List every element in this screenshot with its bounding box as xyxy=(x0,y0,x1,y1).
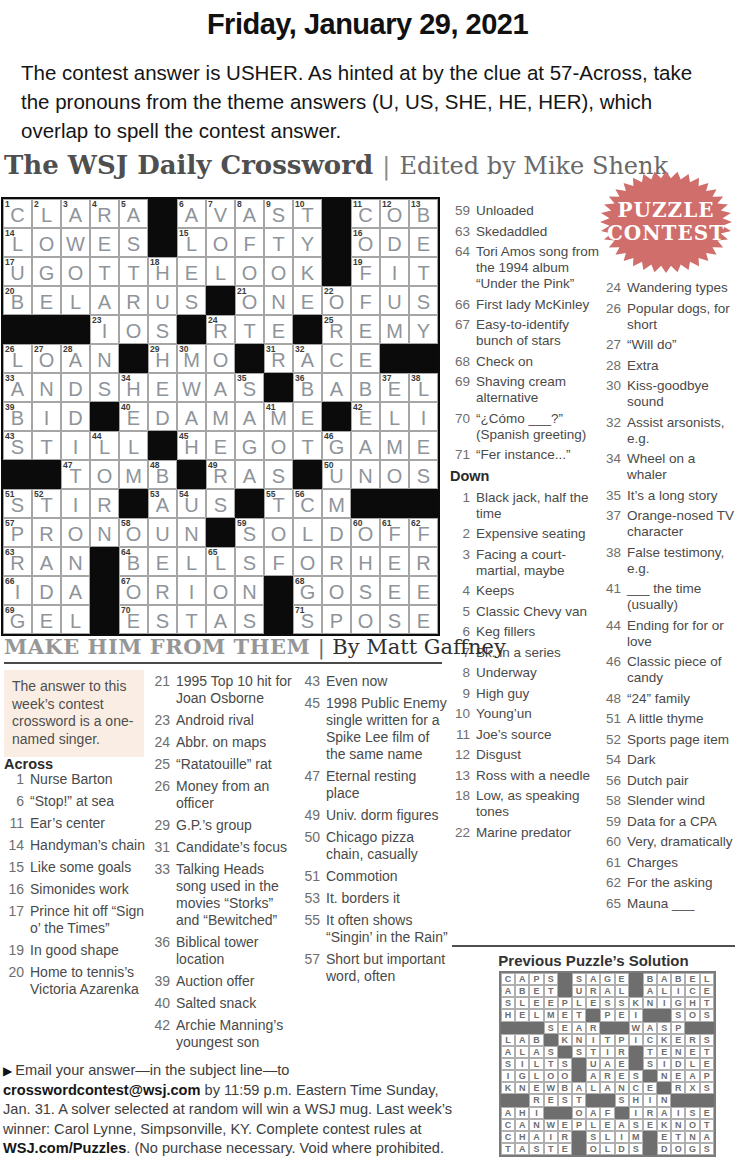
contest-email-note: ▶Email your answer—in the subject line—t… xyxy=(3,1061,455,1160)
clue-text: Unloaded xyxy=(476,203,534,219)
solution-cell: E xyxy=(685,973,699,985)
clue-item: 55It often shows “Singin’ in the Rain” xyxy=(300,912,450,946)
clue-item: 1Nurse Barton xyxy=(4,771,146,788)
solution-cell: S xyxy=(544,1046,558,1058)
grid-cell: 9S xyxy=(264,199,293,228)
cell-letter: E xyxy=(381,581,408,604)
contest-email-address[interactable]: crosswordcontest@wsj.com xyxy=(3,1082,201,1098)
cell-letter: B xyxy=(4,407,31,430)
cell-letter: S xyxy=(120,233,147,256)
grid-cell: U xyxy=(148,518,177,547)
solution-cell: E xyxy=(529,985,543,997)
cell-letter: B xyxy=(120,552,147,575)
solution-cell: H xyxy=(515,1131,529,1143)
cell-letter: E xyxy=(410,436,437,459)
clue-number: 2 xyxy=(450,526,470,542)
solution-cell: E xyxy=(586,997,600,1009)
grid-cell: I xyxy=(61,431,90,460)
cell-letter: B xyxy=(149,465,176,488)
grid-cell: T xyxy=(32,431,61,460)
clue-number: 26 xyxy=(150,778,170,812)
clue-number: 64 xyxy=(450,244,470,292)
clue-item: 57Short but important word, often xyxy=(300,951,450,985)
clue-number: 55 xyxy=(300,912,320,946)
black-cell xyxy=(148,431,177,460)
cell-letter: L xyxy=(91,436,118,459)
clue-number: 20 xyxy=(4,964,24,998)
clue-number: 25 xyxy=(150,756,170,773)
black-cell xyxy=(206,518,235,547)
cell-letter: S xyxy=(149,610,176,633)
grid-cell: W xyxy=(61,228,90,257)
solution-cell: I xyxy=(600,1046,614,1058)
cell-letter: Y xyxy=(410,320,437,343)
cell-letter: W xyxy=(178,378,205,401)
cell-letter: T xyxy=(265,233,292,256)
solution-cell: E xyxy=(615,973,629,985)
grid-cell: G xyxy=(235,431,264,460)
cell-letter: E xyxy=(294,291,321,314)
solution-cell: S xyxy=(615,1094,629,1106)
cell-letter: A xyxy=(4,378,31,401)
grid-cell: H xyxy=(351,547,380,576)
solution-black-cell xyxy=(643,1143,657,1155)
cell-letter: N xyxy=(265,291,292,314)
grid-cell: O xyxy=(61,518,90,547)
cell-letter: L xyxy=(178,552,205,575)
grid-cell: 39B xyxy=(3,402,32,431)
cell-letter: L xyxy=(120,436,147,459)
clue-number: 32 xyxy=(601,415,621,447)
grid-cell: A xyxy=(235,460,264,489)
cell-letter: F xyxy=(381,523,408,546)
cell-letter: O xyxy=(352,610,379,633)
cell-letter: A xyxy=(178,204,205,227)
grid-cell: O xyxy=(206,576,235,605)
clue-item: 66First lady McKinley xyxy=(450,297,600,313)
clue-item: 42Archie Manning’s youngest son xyxy=(150,1017,296,1051)
solution-cell: A xyxy=(515,973,529,985)
grid-cell: 49R xyxy=(206,460,235,489)
cell-letter: E xyxy=(352,407,379,430)
black-cell xyxy=(148,199,177,228)
clue-text: Low, as speaking tones xyxy=(476,788,600,820)
cell-letter: H xyxy=(352,552,379,575)
cell-letter: S xyxy=(410,291,437,314)
cell-letter: D xyxy=(149,407,176,430)
cell-letter: T xyxy=(410,262,437,285)
solution-cell: A xyxy=(600,985,614,997)
clue-item: 63Skedaddled xyxy=(450,224,600,240)
cell-letter: G xyxy=(236,436,263,459)
grid-cell: A xyxy=(61,576,90,605)
solution-cell: E xyxy=(671,1070,685,1082)
solution-black-cell xyxy=(515,1022,529,1034)
clue-number: 66 xyxy=(450,297,470,313)
solution-cell: E xyxy=(558,1143,572,1155)
clue-number: 59 xyxy=(450,203,470,219)
grid-cell: 22O xyxy=(322,286,351,315)
cell-letter: F xyxy=(352,291,379,314)
clue-number: 57 xyxy=(300,951,320,985)
solution-cell: E xyxy=(657,1131,671,1143)
cell-letter: E xyxy=(178,262,205,285)
grid-cell: N xyxy=(235,576,264,605)
grid-cell: S xyxy=(409,286,438,315)
cell-letter: O xyxy=(236,291,263,314)
grid-cell: 30M xyxy=(177,344,206,373)
clue-text: A little thyme xyxy=(627,711,704,727)
clue-item: 52Sports page item xyxy=(601,732,735,748)
solution-cell: C xyxy=(629,1082,643,1094)
cell-letter: I xyxy=(381,262,408,285)
solution-cell: T xyxy=(643,1046,657,1058)
solution-cell: P xyxy=(572,1119,586,1131)
clue-number: 39 xyxy=(150,973,170,990)
cell-letter: I xyxy=(91,320,118,343)
clue-item: 69Shaving cream alternative xyxy=(450,374,600,406)
cell-letter: B xyxy=(410,204,437,227)
clue-item: 29G.P.’s group xyxy=(150,817,296,834)
cell-letter: E xyxy=(120,407,147,430)
clue-item: 8Underway xyxy=(450,665,600,681)
cell-letter: M xyxy=(381,436,408,459)
cell-letter: N xyxy=(352,465,379,488)
clue-item: 62For the asking xyxy=(601,875,735,891)
grid-cell: O xyxy=(61,257,90,286)
cell-letter: A xyxy=(33,552,60,575)
solution-cell: E xyxy=(643,1082,657,1094)
puzzle-contest-badge-text: PUZZLE CONTEST xyxy=(599,170,733,274)
grid-cell: 21O xyxy=(235,286,264,315)
cell-letter: R xyxy=(120,291,147,314)
clue-item: 50Chicago pizza chain, casually xyxy=(300,829,450,863)
cell-letter: M xyxy=(120,465,147,488)
clue-text: “Fer instance...” xyxy=(476,447,571,463)
clue-text: Commotion xyxy=(326,868,398,885)
cell-letter: F xyxy=(410,523,437,546)
solution-cell: E xyxy=(558,1009,572,1021)
cell-letter: S xyxy=(265,465,292,488)
grid-cell: 19F xyxy=(351,257,380,286)
clue-number: 38 xyxy=(601,545,621,577)
cell-letter: A xyxy=(236,465,263,488)
clue-text: Keeps xyxy=(476,583,514,599)
clue-item: 11Ear’s center xyxy=(4,815,146,832)
cell-letter: T xyxy=(120,262,147,285)
clue-number: 26 xyxy=(601,301,621,333)
grid-cell: 34H xyxy=(119,373,148,402)
solution-black-cell xyxy=(515,1094,529,1106)
solution-cell: D xyxy=(671,1058,685,1070)
clue-item: 211995 Top 10 hit for Joan Osborne xyxy=(150,673,296,707)
cell-letter: R xyxy=(323,552,350,575)
black-cell xyxy=(322,199,351,228)
clue-number: 51 xyxy=(300,868,320,885)
grid-cell: O xyxy=(119,315,148,344)
solution-cell: K xyxy=(657,1034,671,1046)
solution-cell: A xyxy=(501,1107,515,1119)
solution-cell: T xyxy=(700,1119,714,1131)
clue-number: 42 xyxy=(150,1017,170,1051)
cell-letter: R xyxy=(91,494,118,517)
solution-cell: A xyxy=(515,1143,529,1155)
solution-cell: P xyxy=(700,1070,714,1082)
grid-cell: E xyxy=(351,344,380,373)
contest-rules-link[interactable]: WSJ.com/Puzzles xyxy=(3,1140,126,1156)
clue-text: Talking Heads song used in the movies “S… xyxy=(176,861,296,929)
solution-cell: A xyxy=(572,1082,586,1094)
grid-cell: S xyxy=(235,605,264,634)
solution-cell: S xyxy=(629,1119,643,1131)
solution-cell: S xyxy=(558,1058,572,1070)
solution-cell: N xyxy=(572,1034,586,1046)
cell-letter: A xyxy=(62,204,89,227)
grid-cell: 7V xyxy=(206,199,235,228)
solution-black-cell xyxy=(615,1022,629,1034)
grid-cell: E xyxy=(380,576,409,605)
solution-black-cell xyxy=(558,1107,572,1119)
solution-cell: B xyxy=(529,1034,543,1046)
cell-letter: E xyxy=(352,349,379,372)
solution-cell: B xyxy=(643,973,657,985)
cell-letter: I xyxy=(33,407,60,430)
cell-letter: O xyxy=(120,320,147,343)
solution-cell: U xyxy=(572,985,586,997)
clue-number: 5 xyxy=(450,604,470,620)
solution-cell: L xyxy=(615,985,629,997)
grid-cell: A xyxy=(235,402,264,431)
cell-letter: B xyxy=(352,378,379,401)
clue-text: Univ. dorm figures xyxy=(326,807,439,824)
solution-cell: L xyxy=(600,1143,614,1155)
grid-cell: 14L xyxy=(3,228,32,257)
cell-letter: E xyxy=(352,320,379,343)
solution-cell: C xyxy=(501,1119,515,1131)
cell-letter: N xyxy=(236,581,263,604)
black-cell xyxy=(322,402,351,431)
grid-cell: O xyxy=(206,344,235,373)
solution-cell: H xyxy=(629,1094,643,1106)
black-cell xyxy=(264,605,293,634)
cell-letter: R xyxy=(91,204,118,227)
solution-cell: L xyxy=(700,973,714,985)
grid-cell: 25R xyxy=(322,315,351,344)
grid-cell: N xyxy=(90,518,119,547)
solution-cell: N xyxy=(657,1070,671,1082)
solution-cell: N xyxy=(615,1082,629,1094)
solution-cell: I xyxy=(671,985,685,997)
grid-cell: T xyxy=(119,257,148,286)
clue-text: Data for a CPA xyxy=(627,814,717,830)
clue-text: Easy-to-identify bunch of stars xyxy=(476,317,600,349)
clue-text: Slender wind xyxy=(627,793,705,809)
grid-cell: T xyxy=(177,605,206,634)
solution-cell: K xyxy=(501,1082,515,1094)
grid-cell: M xyxy=(380,431,409,460)
cell-letter: A xyxy=(91,291,118,314)
crossword-page: Friday, January 29, 2021 The contest ans… xyxy=(0,0,735,1160)
cell-letter: D xyxy=(33,581,60,604)
cell-letter: S xyxy=(236,552,263,575)
grid-cell: A xyxy=(351,431,380,460)
solution-cell: W xyxy=(544,1082,558,1094)
grid-cell: E xyxy=(148,547,177,576)
clue-text: Joe’s source xyxy=(476,727,552,743)
puzzle-contest-badge: PUZZLE CONTEST xyxy=(599,170,733,274)
clue-text: Ear’s center xyxy=(30,815,105,832)
clue-number: 44 xyxy=(601,618,621,650)
cell-letter: A xyxy=(62,581,89,604)
clue-item: 23Android rival xyxy=(150,712,296,729)
cell-letter: R xyxy=(33,523,60,546)
wsj-header-separator: | xyxy=(382,152,390,180)
cell-letter: A xyxy=(236,204,263,227)
cell-letter: O xyxy=(91,465,118,488)
solution-cell: O xyxy=(572,1107,586,1119)
solution-cell: S xyxy=(615,997,629,1009)
black-cell xyxy=(409,344,438,373)
cell-letter: O xyxy=(33,233,60,256)
grid-cell: I xyxy=(177,576,206,605)
clue-text: “¿Cómo ___?” (Spanish greeting) xyxy=(476,411,600,443)
cell-letter: G xyxy=(294,581,321,604)
solution-cell: P xyxy=(615,1034,629,1046)
grid-cell: P xyxy=(322,605,351,634)
grid-cell: E xyxy=(206,431,235,460)
clue-number: 68 xyxy=(450,354,470,370)
clue-item: 27“Will do” xyxy=(601,337,735,353)
grid-cell: G xyxy=(32,257,61,286)
clue-text: It often shows “Singin’ in the Rain” xyxy=(326,912,450,946)
clue-item: 41___ the time (usually) xyxy=(601,581,735,613)
grid-cell: I xyxy=(32,402,61,431)
solution-cell: A xyxy=(657,973,671,985)
grid-cell: I xyxy=(409,402,438,431)
clue-number: 45 xyxy=(300,695,320,763)
black-cell xyxy=(90,605,119,634)
cell-letter: R xyxy=(207,465,234,488)
cell-letter: S xyxy=(236,523,263,546)
cell-letter: A xyxy=(62,349,89,372)
clue-number: 49 xyxy=(300,807,320,824)
solution-cell: O xyxy=(685,1009,699,1021)
grid-cell: D xyxy=(148,402,177,431)
grid-cell: E xyxy=(32,605,61,634)
grid-cell: O xyxy=(264,257,293,286)
clue-text: Black jack, half the time xyxy=(476,490,600,522)
clue-number: 19 xyxy=(4,942,24,959)
grid-cell: M xyxy=(322,489,351,518)
clue-item: 451998 Public Enemy single written for a… xyxy=(300,695,450,763)
clue-item: 37Orange-nosed TV character xyxy=(601,508,735,540)
clue-item: 19In good shape xyxy=(4,942,146,959)
clue-text: “Ratatouille” rat xyxy=(176,756,272,773)
cell-letter: E xyxy=(381,552,408,575)
solution-cell: E xyxy=(700,985,714,997)
solution-cell: I xyxy=(544,1131,558,1143)
cell-letter: O xyxy=(207,581,234,604)
grid-cell: O xyxy=(264,518,293,547)
solution-cell: D xyxy=(657,1143,671,1155)
solution-cell: M xyxy=(544,1009,558,1021)
cell-letter: S xyxy=(265,204,292,227)
cell-letter: K xyxy=(294,262,321,285)
cell-letter: U xyxy=(178,494,205,517)
clue-number: 21 xyxy=(150,673,170,707)
solution-cell: S xyxy=(700,1082,714,1094)
cell-letter: R xyxy=(265,349,292,372)
clue-text: Ross with a needle xyxy=(476,768,590,784)
cell-letter: S xyxy=(236,610,263,633)
badge-line1: PUZZLE xyxy=(618,199,715,222)
clue-item: 3Facing a court-martial, maybe xyxy=(450,547,600,579)
solution-cell: L xyxy=(586,1082,600,1094)
solution-cell: I xyxy=(586,1034,600,1046)
clue-text: Charges xyxy=(627,855,678,871)
grid-cell: 10T xyxy=(293,199,322,228)
solution-cell: N xyxy=(529,1119,543,1131)
clue-text: Salted snack xyxy=(176,995,256,1012)
clue-item: 15Like some goals xyxy=(4,859,146,876)
clue-number: 8 xyxy=(450,665,470,681)
cell-letter: D xyxy=(323,523,350,546)
clue-text: It. borders it xyxy=(326,890,400,907)
clue-text: Even now xyxy=(326,673,387,690)
grid-cell: 50U xyxy=(322,460,351,489)
grid-cell: N xyxy=(32,373,61,402)
black-cell xyxy=(119,489,148,518)
grid-cell: D xyxy=(322,518,351,547)
clue-number: 16 xyxy=(4,881,24,898)
solution-cell: S xyxy=(572,973,586,985)
solution-cell: I xyxy=(643,1094,657,1106)
solution-cell: R xyxy=(643,1107,657,1119)
solution-cell: A xyxy=(515,1034,529,1046)
clue-number: 27 xyxy=(601,337,621,353)
grid-cell: O xyxy=(351,605,380,634)
solution-cell: T xyxy=(544,1058,558,1070)
clue-item: 26Popular dogs, for short xyxy=(601,301,735,333)
solution-cell: L xyxy=(529,1058,543,1070)
clue-text: Classic piece of candy xyxy=(627,654,735,686)
clue-text: First lady McKinley xyxy=(476,297,589,313)
grid-cell: 12O xyxy=(380,199,409,228)
black-cell xyxy=(380,489,409,518)
clue-item: 17Prince hit off “Sign o’ the Times” xyxy=(4,903,146,937)
grid-cell: 65L xyxy=(206,547,235,576)
clue-item: 33Talking Heads song used in the movies … xyxy=(150,861,296,929)
clue-item: 20Home to tennis’s Victoria Azarenka xyxy=(4,964,146,998)
grid-cell: 35S xyxy=(235,373,264,402)
cell-letter: P xyxy=(4,523,31,546)
solution-cell: B xyxy=(671,973,685,985)
grid-cell: 43S xyxy=(3,431,32,460)
clue-item: 2Expensive seating xyxy=(450,526,600,542)
cell-letter: L xyxy=(207,262,234,285)
grid-cell: E xyxy=(264,315,293,344)
solution-cell: L xyxy=(685,1058,699,1070)
solution-black-cell xyxy=(558,1046,572,1058)
grid-cell: W xyxy=(177,373,206,402)
solution-cell: E xyxy=(558,1022,572,1034)
solution-cell: I xyxy=(501,1070,515,1082)
cell-letter: D xyxy=(381,233,408,256)
grid-cell: E xyxy=(148,373,177,402)
solution-cell: H xyxy=(685,997,699,1009)
clue-number: 14 xyxy=(4,837,24,854)
clue-text: Sports page item xyxy=(627,732,729,748)
